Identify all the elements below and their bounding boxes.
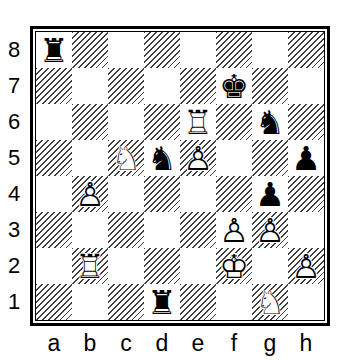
white-pawn[interactable]: ♟♙ [288, 248, 324, 284]
square-g1[interactable]: ♞♘ [252, 284, 288, 320]
black-rook[interactable]: ♜ [144, 284, 180, 320]
square-g3[interactable]: ♟♙ [252, 212, 288, 248]
piece-glyph: ♜ [144, 284, 180, 320]
square-d6[interactable] [144, 104, 180, 140]
piece-outline-layer: ♘ [252, 284, 288, 320]
piece-outline-layer: ♖ [180, 104, 216, 140]
square-c8[interactable] [108, 32, 144, 68]
square-a1[interactable] [36, 284, 72, 320]
rank-label-3: 3 [2, 212, 26, 248]
square-a5[interactable] [36, 140, 72, 176]
piece-glyph: ♟ [252, 176, 288, 212]
square-h6[interactable] [288, 104, 324, 140]
white-rook[interactable]: ♜♖ [72, 248, 108, 284]
square-h4[interactable] [288, 176, 324, 212]
square-c1[interactable] [108, 284, 144, 320]
square-f1[interactable] [216, 284, 252, 320]
board-inner-border: ♜♚♜♖♞♞♘♞♟♙♟♟♙♟♟♙♟♙♜♖♚♔♟♙♜♞♘ [35, 31, 325, 321]
rank-label-6: 6 [2, 104, 26, 140]
square-g8[interactable] [252, 32, 288, 68]
square-a2[interactable] [36, 248, 72, 284]
square-e6[interactable]: ♜♖ [180, 104, 216, 140]
square-b8[interactable] [72, 32, 108, 68]
square-g4[interactable]: ♟ [252, 176, 288, 212]
square-g2[interactable] [252, 248, 288, 284]
rank-label-1: 1 [2, 284, 26, 320]
piece-outline-layer: ♙ [216, 212, 252, 248]
white-pawn[interactable]: ♟♙ [252, 212, 288, 248]
square-d5[interactable]: ♞ [144, 140, 180, 176]
square-b4[interactable]: ♟♙ [72, 176, 108, 212]
file-label-b: b [72, 330, 108, 356]
file-label-h: h [288, 330, 324, 356]
square-c7[interactable] [108, 68, 144, 104]
rank-label-5: 5 [2, 140, 26, 176]
piece-outline-layer: ♙ [252, 212, 288, 248]
square-d3[interactable] [144, 212, 180, 248]
square-e3[interactable] [180, 212, 216, 248]
file-labels: a b c d e f g h [36, 330, 324, 356]
square-a3[interactable] [36, 212, 72, 248]
black-rook[interactable]: ♜ [36, 32, 72, 68]
file-label-c: c [108, 330, 144, 356]
black-pawn[interactable]: ♟ [252, 176, 288, 212]
black-pawn[interactable]: ♟ [288, 140, 324, 176]
square-b1[interactable] [72, 284, 108, 320]
square-a6[interactable] [36, 104, 72, 140]
square-d7[interactable] [144, 68, 180, 104]
chess-board: ♜♚♜♖♞♞♘♞♟♙♟♟♙♟♟♙♟♙♜♖♚♔♟♙♜♞♘ [36, 32, 324, 320]
square-e1[interactable] [180, 284, 216, 320]
piece-outline-layer: ♙ [288, 248, 324, 284]
piece-glyph: ♞ [144, 140, 180, 176]
file-label-g: g [252, 330, 288, 356]
square-f2[interactable]: ♚♔ [216, 248, 252, 284]
piece-glyph: ♟ [288, 140, 324, 176]
square-h8[interactable] [288, 32, 324, 68]
white-rook[interactable]: ♜♖ [180, 104, 216, 140]
rank-label-8: 8 [2, 32, 26, 68]
square-b6[interactable] [72, 104, 108, 140]
piece-outline-layer: ♙ [72, 176, 108, 212]
square-h7[interactable] [288, 68, 324, 104]
square-f6[interactable] [216, 104, 252, 140]
file-label-a: a [36, 330, 72, 356]
square-b2[interactable]: ♜♖ [72, 248, 108, 284]
piece-glyph: ♜ [36, 32, 72, 68]
square-f8[interactable] [216, 32, 252, 68]
rank-labels: 8 7 6 5 4 3 2 1 [2, 32, 26, 320]
square-b7[interactable] [72, 68, 108, 104]
square-f5[interactable] [216, 140, 252, 176]
piece-outline-layer: ♙ [180, 140, 216, 176]
square-f7[interactable]: ♚ [216, 68, 252, 104]
black-knight[interactable]: ♞ [252, 104, 288, 140]
square-f3[interactable]: ♟♙ [216, 212, 252, 248]
rank-label-2: 2 [2, 248, 26, 284]
file-label-f: f [216, 330, 252, 356]
square-d1[interactable]: ♜ [144, 284, 180, 320]
square-c3[interactable] [108, 212, 144, 248]
square-b3[interactable] [72, 212, 108, 248]
file-label-d: d [144, 330, 180, 356]
square-c4[interactable] [108, 176, 144, 212]
white-knight[interactable]: ♞♘ [252, 284, 288, 320]
square-d4[interactable] [144, 176, 180, 212]
white-pawn[interactable]: ♟♙ [180, 140, 216, 176]
white-pawn[interactable]: ♟♙ [216, 212, 252, 248]
square-a4[interactable] [36, 176, 72, 212]
square-h5[interactable]: ♟ [288, 140, 324, 176]
square-c2[interactable] [108, 248, 144, 284]
square-d2[interactable] [144, 248, 180, 284]
square-b5[interactable] [72, 140, 108, 176]
square-c5[interactable]: ♞♘ [108, 140, 144, 176]
piece-outline-layer: ♘ [108, 140, 144, 176]
chess-diagram: 8 7 6 5 4 3 2 1 ♜♚♜♖♞♞♘♞♟♙♟♟♙♟♟♙♟♙♜♖♚♔♟♙… [0, 0, 360, 360]
square-e5[interactable]: ♟♙ [180, 140, 216, 176]
file-label-e: e [180, 330, 216, 356]
piece-glyph: ♚ [216, 68, 252, 104]
square-e4[interactable] [180, 176, 216, 212]
white-king[interactable]: ♚♔ [216, 248, 252, 284]
square-a8[interactable]: ♜ [36, 32, 72, 68]
square-h3[interactable] [288, 212, 324, 248]
rank-label-7: 7 [2, 68, 26, 104]
white-knight[interactable]: ♞♘ [108, 140, 144, 176]
square-c6[interactable] [108, 104, 144, 140]
piece-outline-layer: ♔ [216, 248, 252, 284]
black-knight[interactable]: ♞ [144, 140, 180, 176]
square-g5[interactable] [252, 140, 288, 176]
square-g6[interactable]: ♞ [252, 104, 288, 140]
square-e7[interactable] [180, 68, 216, 104]
square-h1[interactable] [288, 284, 324, 320]
square-h2[interactable]: ♟♙ [288, 248, 324, 284]
square-a7[interactable] [36, 68, 72, 104]
square-f4[interactable] [216, 176, 252, 212]
board-frame: ♜♚♜♖♞♞♘♞♟♙♟♟♙♟♟♙♟♙♜♖♚♔♟♙♜♞♘ [30, 26, 330, 326]
rank-label-4: 4 [2, 176, 26, 212]
black-king[interactable]: ♚ [216, 68, 252, 104]
square-d8[interactable] [144, 32, 180, 68]
square-e2[interactable] [180, 248, 216, 284]
square-g7[interactable] [252, 68, 288, 104]
white-pawn[interactable]: ♟♙ [72, 176, 108, 212]
piece-glyph: ♞ [252, 104, 288, 140]
square-e8[interactable] [180, 32, 216, 68]
piece-outline-layer: ♖ [72, 248, 108, 284]
